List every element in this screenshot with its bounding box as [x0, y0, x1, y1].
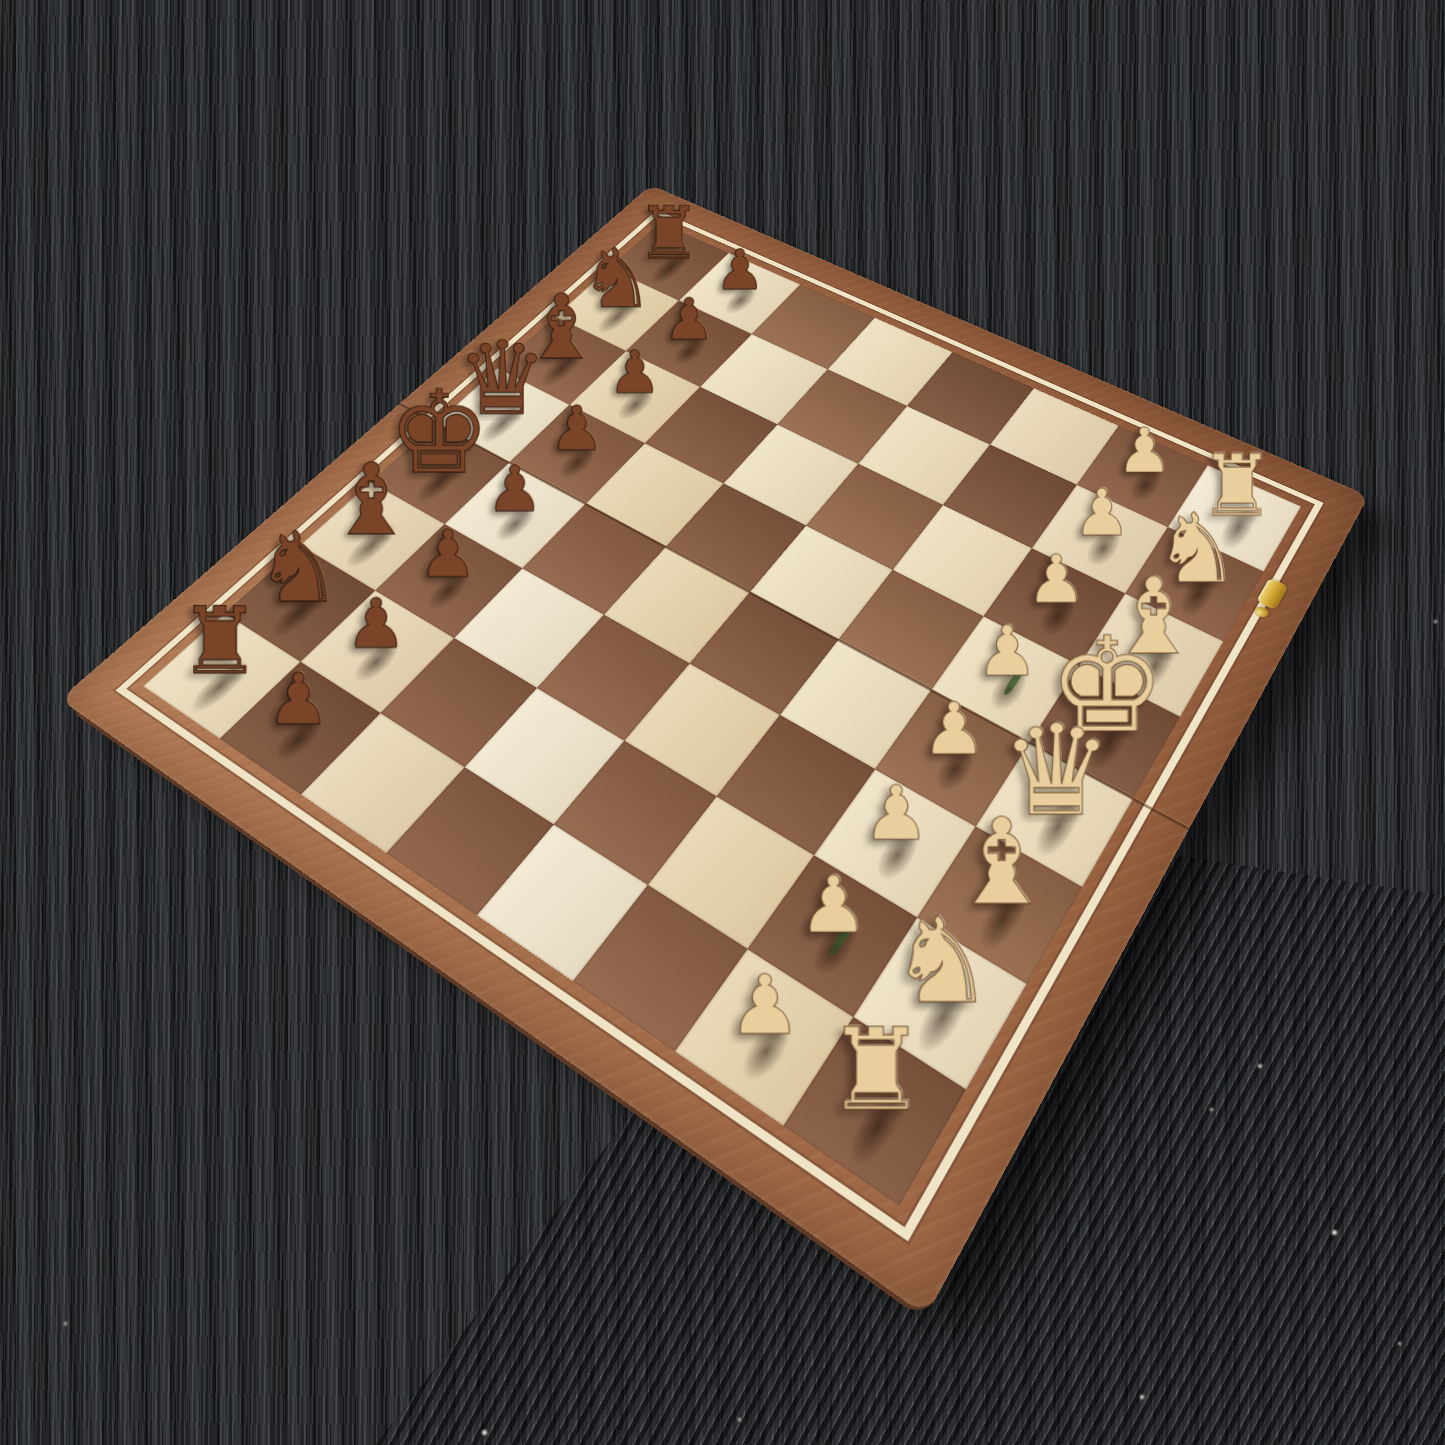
piece-white-pawn-a2[interactable]: ♟: [728, 965, 802, 1047]
piece-black-pawn-e7[interactable]: ♟: [549, 399, 604, 460]
piece-white-pawn-h2[interactable]: ♟: [1117, 420, 1173, 482]
piece-black-pawn-d7[interactable]: ♟: [486, 458, 543, 521]
piece-white-pawn-e2[interactable]: ♟: [976, 617, 1038, 686]
piece-black-pawn-g7[interactable]: ♟: [663, 291, 714, 348]
carpet-speck: [1258, 1064, 1262, 1068]
carpet-speck: [1434, 620, 1437, 623]
piece-white-pawn-c2[interactable]: ♟: [863, 776, 930, 851]
piece-black-pawn-c7[interactable]: ♟: [418, 522, 477, 588]
piece-white-pawn-d2[interactable]: ♟: [922, 694, 987, 766]
piece-white-rook-a1[interactable]: ♜: [826, 1014, 927, 1127]
piece-white-knight-b1[interactable]: ♞: [889, 902, 995, 1020]
piece-black-knight-b8[interactable]: ♞: [255, 519, 342, 616]
piece-black-pawn-h7[interactable]: ♟: [715, 243, 765, 299]
piece-black-pawn-a7[interactable]: ♟: [267, 664, 331, 735]
carpet-speck: [482, 1430, 487, 1435]
piece-white-pawn-f2[interactable]: ♟: [1026, 547, 1086, 614]
piece-black-pawn-f7[interactable]: ♟: [608, 343, 661, 402]
carpet-speck: [1140, 1395, 1144, 1399]
piece-white-pawn-b2[interactable]: ♟: [798, 866, 868, 945]
piece-black-rook-a8[interactable]: ♜: [179, 595, 262, 687]
piece-white-pawn-g2[interactable]: ♟: [1073, 481, 1131, 545]
carpet-speck: [1332, 1230, 1337, 1235]
photo-scene: ♜♞♝♚♛♝♞♜♟♟♟♟♟♟♟♟♟♟♟♟♟♟♟♟♜♞♝♛♚♝♞♜: [0, 0, 1445, 1445]
carpet-speck: [738, 1418, 741, 1421]
carpet-speck: [1398, 1342, 1401, 1345]
square-f4[interactable]: [806, 464, 943, 570]
piece-black-pawn-b7[interactable]: ♟: [345, 590, 406, 658]
carpet-speck: [1210, 1108, 1213, 1111]
carpet-speck: [64, 1322, 67, 1325]
